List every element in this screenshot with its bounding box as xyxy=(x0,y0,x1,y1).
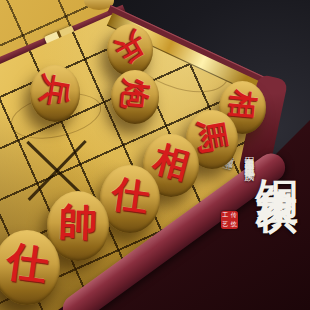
seal-char: 艺 xyxy=(221,220,230,229)
xiangqi-piece: 炮 xyxy=(111,70,159,124)
piece-character: 兵 xyxy=(110,27,150,67)
piece-face: 兵 xyxy=(31,66,79,114)
piece-character: 炮 xyxy=(119,78,152,111)
product-photo: 兵兵炮相馬相仕帥仕 铜象棋 中国象棋是中国棋文化也是中华民族 的文化瑰宝。 传 … xyxy=(0,0,310,310)
seal-char: 统 xyxy=(230,220,239,229)
piece-face: 兵 xyxy=(108,25,152,69)
piece-face: 炮 xyxy=(112,71,158,117)
piece-character: 仕 xyxy=(109,174,151,216)
piece-character: 相 xyxy=(150,141,193,184)
xiangqi-piece: 仕 xyxy=(100,165,160,233)
piece-character: 帥 xyxy=(58,202,97,241)
craft-seal: 传 统 工 艺 xyxy=(221,211,238,229)
piece-face: 仕 xyxy=(0,231,59,295)
seal-char: 传 xyxy=(230,211,239,220)
piece-character: 馬 xyxy=(193,117,230,154)
product-title: 铜象棋 xyxy=(254,146,300,306)
piece-character: 兵 xyxy=(37,72,73,108)
seal-char: 工 xyxy=(221,211,230,220)
caption-line-1: 中国象棋是中国棋文化也是中华民族 xyxy=(242,148,256,310)
xiangqi-piece: 兵 xyxy=(30,65,80,122)
piece-character: 仕 xyxy=(4,240,50,286)
xiangqi-piece: 兵 xyxy=(107,24,153,76)
piece-character: 相 xyxy=(226,88,257,119)
piece-face: 帥 xyxy=(48,192,108,252)
piece-face: 仕 xyxy=(101,166,159,224)
